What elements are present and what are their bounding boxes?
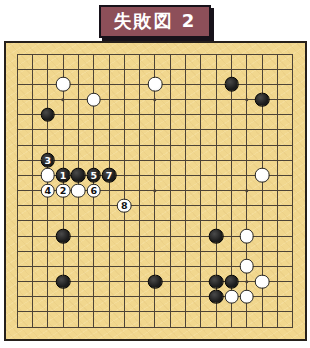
board-cell [209,319,224,334]
board-cell [71,183,86,198]
board-cell [209,213,224,228]
board-cell [163,304,178,319]
board-cell: 1 [55,168,70,183]
board-cell [40,138,55,153]
board-cell [147,198,162,213]
board-cell [209,62,224,77]
board-cell [117,77,132,92]
board-cell [55,289,70,304]
board-cell [117,259,132,274]
board-cell [10,107,25,122]
move-number: 4 [44,186,51,196]
board-cell [147,274,162,289]
white-stone: 2 [56,183,71,198]
board-cell [193,213,208,228]
board-cell [178,92,193,107]
board-cell [224,138,239,153]
board-cell [239,259,254,274]
board-cell [40,304,55,319]
board-cell [25,183,40,198]
board-cell [178,168,193,183]
board-cell: 8 [117,198,132,213]
board-cell [270,153,285,168]
board-cell [239,183,254,198]
board-cell [86,228,101,243]
board-cell [193,77,208,92]
board-cell [25,153,40,168]
board-cell [285,259,300,274]
board-cell [71,122,86,137]
board-cell [55,47,70,62]
board-cell [255,138,270,153]
board-cell [25,47,40,62]
board-cell [40,198,55,213]
board-cell [117,213,132,228]
board-cell [55,153,70,168]
board-cell [163,77,178,92]
board-cell [193,274,208,289]
board-cell [209,228,224,243]
white-stone [255,274,270,289]
board-cell [163,47,178,62]
board-cell [71,168,86,183]
board-cell: 7 [101,168,116,183]
board-cell [178,274,193,289]
board-cell [285,198,300,213]
black-stone [224,77,239,92]
board-cell [101,183,116,198]
board-cell [163,244,178,259]
board-cell [147,77,162,92]
board-cell [224,213,239,228]
board-cell [147,319,162,334]
board-cell [40,259,55,274]
board-cell [86,319,101,334]
board-cell [86,198,101,213]
board-cell [132,259,147,274]
board-cell [101,122,116,137]
board-cell [132,198,147,213]
board-cell [101,244,116,259]
star-point [245,189,248,192]
board-cell [101,213,116,228]
board-cell [270,168,285,183]
board-cell [193,122,208,137]
board-cell [239,228,254,243]
board-cell [71,107,86,122]
board-cell [25,92,40,107]
board-cell [239,62,254,77]
board-cell [101,259,116,274]
board-cell [40,122,55,137]
board-cell [178,198,193,213]
board-cell [132,107,147,122]
board-cell [25,244,40,259]
board-cell [86,304,101,319]
board-cell [209,244,224,259]
board-cell [40,274,55,289]
board-cell [117,122,132,137]
board-cell [132,183,147,198]
board-cell [86,289,101,304]
white-stone [86,92,101,107]
white-stone [240,289,255,304]
board-cell [163,92,178,107]
board-cell [10,213,25,228]
board-cell [55,198,70,213]
board-cell [224,153,239,168]
board-cell [10,304,25,319]
board-cell [71,92,86,107]
board-cell [132,304,147,319]
board-cell [270,228,285,243]
board-cell [224,62,239,77]
board-cell [270,92,285,107]
board-cell [193,92,208,107]
go-board: 31574268 [4,41,307,341]
board-cell [55,259,70,274]
board-cell [71,198,86,213]
board-cell [101,304,116,319]
board-cell [101,319,116,334]
board-cell [71,228,86,243]
board-cell [224,168,239,183]
black-stone [209,229,224,244]
board-cell [101,198,116,213]
board-cell [239,213,254,228]
board-cell [224,77,239,92]
board-cell [25,228,40,243]
board-cell [255,198,270,213]
board-cell [270,274,285,289]
board-cell [285,47,300,62]
black-stone [209,274,224,289]
board-cell [239,122,254,137]
board-cell [132,289,147,304]
board-cell [86,92,101,107]
board-cell: 4 [40,183,55,198]
board-cell [255,183,270,198]
board-cell [209,198,224,213]
board-cell [86,213,101,228]
board-cell [10,168,25,183]
board-cell [25,274,40,289]
board-cell [132,274,147,289]
board-cell [25,259,40,274]
board-cell [10,228,25,243]
board-cell [239,274,254,289]
board-cell [285,228,300,243]
board-cell [239,319,254,334]
star-point [245,280,248,283]
board-cell [270,107,285,122]
board-cell [209,122,224,137]
board-cell [147,304,162,319]
board-cell [224,244,239,259]
board-cell [270,77,285,92]
board-cell [178,304,193,319]
board-cell [86,138,101,153]
board-cell [25,304,40,319]
board-cell [147,107,162,122]
board-cell [255,107,270,122]
board-cell [10,198,25,213]
black-stone: 7 [102,168,117,183]
board-cell [117,319,132,334]
board-cell [285,304,300,319]
board-cell [40,107,55,122]
board-cell [25,107,40,122]
board-cell [10,153,25,168]
board-cell [147,289,162,304]
board-cell [193,228,208,243]
board-cell [270,198,285,213]
board-cell [71,47,86,62]
board-cell [224,107,239,122]
board-cell [132,62,147,77]
board-cell [86,259,101,274]
board-cell [193,259,208,274]
board-cell [147,92,162,107]
board-cell [270,259,285,274]
board-cell [193,183,208,198]
star-point [153,98,156,101]
board-cell [10,62,25,77]
board-cell [147,183,162,198]
board-cell [55,244,70,259]
board-cell [255,213,270,228]
board-cell [147,168,162,183]
board-cell [147,228,162,243]
board-cell [132,319,147,334]
board-cell: 6 [86,183,101,198]
board-cell [132,77,147,92]
board-cell [239,153,254,168]
board-cell [209,92,224,107]
diagram-title-banner: 失敗図 2 [99,5,212,38]
board-cell [224,198,239,213]
diagram-title: 失敗図 2 [114,10,197,31]
board-cell [132,213,147,228]
board-cell [224,183,239,198]
board-cell [147,62,162,77]
move-number: 7 [106,171,113,181]
board-cell [117,228,132,243]
board-cell [285,138,300,153]
board-cell [178,319,193,334]
board-cell: 2 [55,183,70,198]
board-cell [209,259,224,274]
board-cell [209,138,224,153]
board-cell [86,122,101,137]
board-cell [178,244,193,259]
board-cell [209,77,224,92]
board-cell [163,289,178,304]
board-cell [10,259,25,274]
board-cell [40,168,55,183]
board-cell [71,274,86,289]
board-cell [209,274,224,289]
board-cell [270,213,285,228]
board-cell [178,107,193,122]
black-stone: 3 [40,153,55,168]
board-cell [163,198,178,213]
board-cell [163,168,178,183]
board-cell [132,92,147,107]
board-cell [40,92,55,107]
board-cell [193,198,208,213]
board-cell [10,77,25,92]
white-stone [255,168,270,183]
board-cell [270,304,285,319]
board-cell [25,213,40,228]
board-cell [132,244,147,259]
board-cell [285,77,300,92]
board-cell [101,138,116,153]
board-cell [163,319,178,334]
board-cell [55,62,70,77]
board-cell [55,213,70,228]
board-cell [224,304,239,319]
board-cell [71,259,86,274]
board-cell [117,183,132,198]
board-cell [147,259,162,274]
board-cell [270,244,285,259]
board-cell [101,289,116,304]
board-cell [86,62,101,77]
board-cell [239,168,254,183]
black-stone: 1 [56,168,71,183]
board-cell [86,274,101,289]
board-cell [10,244,25,259]
board-cell [255,47,270,62]
board-cell [10,289,25,304]
board-cell [193,168,208,183]
board-cell [270,62,285,77]
white-stone [240,259,255,274]
white-stone [40,168,55,183]
board-cell [255,228,270,243]
board-cell [55,319,70,334]
board-cell [71,319,86,334]
board-cell [255,122,270,137]
board-cell [224,228,239,243]
board-cell [55,304,70,319]
board-cell [101,62,116,77]
white-stone [71,183,86,198]
board-cell [224,92,239,107]
board-cell [71,213,86,228]
board-cell [270,183,285,198]
board-cell [86,107,101,122]
board-cell [86,77,101,92]
board-cell [147,244,162,259]
go-board-grid: 31574268 [10,47,301,335]
board-cell [132,122,147,137]
board-cell [163,259,178,274]
board-cell [25,198,40,213]
board-cell [55,107,70,122]
board-cell [10,183,25,198]
white-stone: 6 [86,183,101,198]
board-cell [193,138,208,153]
board-cell [224,274,239,289]
board-cell [255,153,270,168]
board-cell [40,319,55,334]
board-cell [117,62,132,77]
board-cell [209,168,224,183]
board-cell [40,244,55,259]
board-cell [71,138,86,153]
board-cell [132,47,147,62]
move-number: 1 [60,171,67,181]
board-cell: 5 [86,168,101,183]
board-cell [40,228,55,243]
board-cell [239,289,254,304]
board-cell [239,304,254,319]
black-stone [71,168,86,183]
move-number: 8 [121,201,128,211]
board-cell [239,198,254,213]
board-cell [132,228,147,243]
board-cell [25,122,40,137]
board-cell [209,183,224,198]
board-cell [193,289,208,304]
board-cell [285,319,300,334]
board-cell [132,138,147,153]
board-cell [224,319,239,334]
white-stone [240,229,255,244]
board-cell [163,62,178,77]
board-cell [55,77,70,92]
board-cell [101,47,116,62]
board-cell [163,153,178,168]
board-cell [255,77,270,92]
board-cell [239,47,254,62]
move-number: 5 [90,171,97,181]
board-cell [10,319,25,334]
board-cell [255,319,270,334]
board-cell [163,183,178,198]
board-cell [25,138,40,153]
board-cell [178,62,193,77]
white-stone [56,77,71,92]
board-cell [147,138,162,153]
board-cell [285,274,300,289]
black-stone [224,274,239,289]
board-cell [239,107,254,122]
board-cell [285,107,300,122]
board-cell [25,62,40,77]
board-cell [285,168,300,183]
board-cell [255,274,270,289]
board-cell [178,289,193,304]
star-point [153,189,156,192]
board-cell [10,138,25,153]
board-cell [285,62,300,77]
board-cell [10,92,25,107]
board-cell [193,319,208,334]
board-cell [55,274,70,289]
black-stone [209,289,224,304]
board-cell [270,47,285,62]
board-cell [117,289,132,304]
board-cell [285,289,300,304]
board-cell [71,62,86,77]
board-cell [71,289,86,304]
board-cell [101,107,116,122]
board-cell [178,77,193,92]
